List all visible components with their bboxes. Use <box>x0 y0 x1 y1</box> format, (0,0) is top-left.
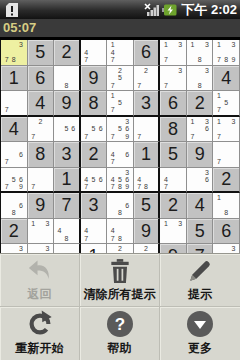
pencil-mark-7: 7 <box>215 133 222 141</box>
given-digit: 1 <box>134 142 159 167</box>
cell-r2c6[interactable]: 27 <box>134 66 161 92</box>
pencil-marks: 157 <box>107 91 133 115</box>
trash-icon <box>107 258 133 284</box>
pencil-mark-4: 4 <box>109 227 116 235</box>
pencil-mark-9: 9 <box>17 183 24 190</box>
cell-r3c6[interactable]: 3 <box>134 91 161 117</box>
pencil-mark-3: 3 <box>230 41 237 49</box>
pencil-mark-4: 4 <box>109 49 116 57</box>
pencil-marks: 157 <box>213 91 239 115</box>
given-digit: 3 <box>81 193 107 218</box>
pencil-marks: 137 <box>160 40 186 65</box>
cell-r4c4[interactable]: 567 <box>81 117 108 143</box>
cell-r1c7[interactable]: 137 <box>160 40 187 66</box>
cell-r4c6[interactable]: 7 <box>134 117 161 143</box>
pencil-marks: 13789 <box>213 40 239 65</box>
given-digit: 4 <box>213 66 239 91</box>
pencil-marks: 478 <box>107 219 133 244</box>
pencil-mark-5: 5 <box>116 176 123 183</box>
pencil-mark-6: 6 <box>124 176 131 183</box>
cell-r3c7[interactable]: 6 <box>160 91 187 117</box>
hint-button[interactable]: 提示 <box>160 254 240 307</box>
sudoku-board: 3785247147613713813789168925727373847498… <box>0 38 240 255</box>
cell-r5c9[interactable]: 7 <box>213 142 240 168</box>
pencil-mark-9: 9 <box>230 56 237 64</box>
sd-card-warning-icon <box>6 3 18 17</box>
given-digit: 4 <box>187 193 213 218</box>
pencil-mark-4: 4 <box>136 176 143 183</box>
more-button[interactable]: 更多 <box>160 307 240 360</box>
pencil-mark-1: 1 <box>215 92 222 99</box>
pencil-mark-1: 1 <box>30 220 37 228</box>
pencil-mark-1: 1 <box>189 118 196 126</box>
pencil-marks: 27 <box>134 66 159 91</box>
pencil-marks: 137 <box>213 117 239 142</box>
cell-r3c8[interactable]: 2 <box>187 91 214 117</box>
cell-r3c9[interactable]: 157 <box>213 91 240 117</box>
pencil-marks: 27 <box>28 117 54 142</box>
cell-r6c2[interactable]: 7 <box>28 168 55 194</box>
pencil-marks: 56 <box>54 117 79 142</box>
pencil-mark-3: 3 <box>203 169 210 176</box>
pencil-marks: 47 <box>81 40 107 65</box>
pencil-mark-8: 8 <box>196 56 203 64</box>
cell-r1c4[interactable]: 47 <box>81 40 108 66</box>
pencil-mark-5: 5 <box>10 176 17 183</box>
pencil-mark-3: 3 <box>44 245 51 253</box>
given-digit: 2 <box>81 142 107 167</box>
cell-r3c4[interactable]: 8 <box>81 91 108 117</box>
pencil-marks: 13 <box>28 219 54 244</box>
cell-r6c7[interactable]: 47 <box>160 168 187 194</box>
signal-no-service-icon <box>144 3 159 16</box>
pencil-mark-3: 3 <box>203 67 210 75</box>
cell-r6c6[interactable]: 478 <box>134 168 161 194</box>
cell-r1c6[interactable]: 6 <box>134 40 161 66</box>
battery-charging-icon <box>162 4 177 16</box>
cell-r5c1[interactable]: 67 <box>1 142 28 168</box>
pencil-mark-6: 6 <box>97 125 104 133</box>
cell-r6c3[interactable]: 1 <box>54 168 81 194</box>
pencil-marks: 48 <box>54 219 79 244</box>
given-digit: 2 <box>160 193 186 218</box>
given-digit: 6 <box>213 219 239 244</box>
pencil-marks: 13 <box>160 219 186 244</box>
pencil-mark-3: 3 <box>17 245 24 253</box>
cell-r1c8[interactable]: 138 <box>187 40 214 66</box>
game-timer: 05:07 <box>0 19 240 38</box>
cell-r4c3[interactable]: 56 <box>54 117 81 143</box>
cell-r8c9[interactable]: 6 <box>213 219 240 245</box>
given-digit: 5 <box>28 40 54 65</box>
pencil-mark-4: 4 <box>83 176 90 183</box>
pencil-marks: 5679 <box>1 168 27 192</box>
pencil-mark-3: 3 <box>177 41 184 49</box>
pencil-mark-7: 7 <box>3 183 10 190</box>
given-digit: 7 <box>54 193 79 218</box>
pencil-mark-4: 4 <box>109 151 116 159</box>
given-digit: 4 <box>1 117 27 142</box>
cell-r5c4[interactable]: 2 <box>81 142 108 168</box>
sudoku-grid: 3785247147613713813789168925727373847498… <box>0 40 240 255</box>
svg-text:?: ? <box>114 315 124 334</box>
given-digit: 9 <box>28 193 54 218</box>
pencil-mark-1: 1 <box>189 41 196 49</box>
cell-r7c7[interactable]: 2 <box>160 193 187 219</box>
pencil-mark-8: 8 <box>63 82 70 90</box>
given-digit: 2 <box>1 219 27 244</box>
pencil-mark-3: 3 <box>177 220 184 228</box>
pencil-mark-8: 8 <box>116 235 123 243</box>
cell-r5c2[interactable]: 8 <box>28 142 55 168</box>
pencil-mark-8: 8 <box>10 209 17 217</box>
pencil-mark-7: 7 <box>109 158 116 166</box>
cell-r7c1[interactable]: 68 <box>1 193 28 219</box>
cell-r2c2[interactable]: 6 <box>28 66 55 92</box>
cell-r6c4[interactable]: 4567 <box>81 168 108 194</box>
pencil-mark-6: 6 <box>124 151 131 159</box>
pencil-mark-8: 8 <box>143 183 150 190</box>
pencil-marks: 37 <box>160 66 186 91</box>
pencil-mark-5: 5 <box>90 176 97 183</box>
back-button-label: 返回 <box>28 286 52 303</box>
given-digit: 6 <box>160 91 186 115</box>
pencil-marks: 257 <box>107 66 133 91</box>
pencil-mark-5: 5 <box>63 125 70 133</box>
cell-r1c2[interactable]: 5 <box>28 40 55 66</box>
pencil-mark-7: 7 <box>83 133 90 141</box>
cell-r8c6[interactable]: 9 <box>134 219 161 245</box>
pencil-mark-7: 7 <box>3 106 10 113</box>
status-bar-clock: 下午 2:02 <box>181 1 237 19</box>
given-digit: 8 <box>160 117 186 142</box>
pencil-mark-7: 7 <box>136 183 143 190</box>
pencil-mark-3: 3 <box>230 245 237 253</box>
pencil-mark-9: 9 <box>124 133 131 141</box>
pencil-marks: 67 <box>1 142 27 167</box>
cell-r5c6[interactable]: 1 <box>134 142 161 168</box>
cell-r3c3[interactable]: 9 <box>54 91 81 117</box>
menu-toolbar: 返回 清除所有提示 提示 重新开始 <box>0 253 240 360</box>
given-digit: 9 <box>81 66 107 91</box>
pencil-mark-6: 6 <box>124 202 131 210</box>
given-digit: 6 <box>28 66 54 91</box>
cell-r1c3[interactable]: 2 <box>54 40 81 66</box>
cell-r7c4[interactable]: 3 <box>81 193 108 219</box>
pencil-marks: 3456789 <box>107 168 133 192</box>
pencil-mark-1: 1 <box>215 118 222 126</box>
pencil-mark-7: 7 <box>30 133 37 141</box>
cell-r8c4[interactable]: 47 <box>81 219 108 245</box>
pencil-mark-3: 3 <box>230 118 237 126</box>
cell-r8c1[interactable]: 2 <box>1 219 28 245</box>
given-digit: 8 <box>81 91 107 115</box>
pencil-marks: 47 <box>160 168 186 192</box>
pencil-mark-8: 8 <box>223 209 230 217</box>
pencil-mark-1: 1 <box>162 220 169 228</box>
cell-r6c5[interactable]: 3456789 <box>107 168 134 194</box>
pencil-mark-8: 8 <box>116 209 123 217</box>
pencil-mark-3: 3 <box>17 41 24 49</box>
pencil-mark-7: 7 <box>189 133 196 141</box>
pencil-mark-7: 7 <box>136 82 143 90</box>
cell-r4c7[interactable]: 8 <box>160 117 187 143</box>
pencil-mark-8: 8 <box>10 56 17 64</box>
pencil-mark-7: 7 <box>162 82 169 90</box>
pencil-mark-6: 6 <box>17 151 24 159</box>
pencil-mark-3: 3 <box>177 67 184 75</box>
pencil-mark-6: 6 <box>70 125 77 133</box>
cell-r7c8[interactable]: 4 <box>187 193 214 219</box>
pencil-mark-6: 6 <box>17 202 24 210</box>
pencil-mark-1: 1 <box>109 92 116 99</box>
cell-r3c1[interactable]: 7 <box>1 91 28 117</box>
pencil-mark-3: 3 <box>44 220 51 228</box>
help-button-label: 帮助 <box>108 340 132 357</box>
cell-r3c5[interactable]: 157 <box>107 91 134 117</box>
pencil-marks: 7 <box>134 117 159 142</box>
cell-r2c8[interactable]: 38 <box>187 66 214 92</box>
given-digit: 2 <box>187 91 213 115</box>
given-digit: 9 <box>54 91 79 115</box>
pencil-marks: 38 <box>187 66 213 91</box>
pencil-mark-6: 6 <box>203 176 210 183</box>
restart-button[interactable]: 重新开始 <box>0 307 80 360</box>
given-digit: 2 <box>54 40 79 65</box>
given-digit: 4 <box>28 91 54 115</box>
pencil-marks: 4567 <box>81 168 107 192</box>
pencil-marks: 478 <box>134 168 159 192</box>
given-digit: 3 <box>134 91 159 115</box>
pencil-mark-2: 2 <box>37 118 44 126</box>
pencil-marks: 1367 <box>187 117 213 142</box>
pencil-mark-1: 1 <box>215 194 222 202</box>
cell-r8c5[interactable]: 478 <box>107 219 134 245</box>
pencil-mark-4: 4 <box>162 176 169 183</box>
pencil-mark-7: 7 <box>3 158 10 166</box>
pencil-icon <box>187 258 213 284</box>
pencil-mark-7: 7 <box>83 235 90 243</box>
pencil-mark-2: 2 <box>116 245 123 253</box>
pencil-mark-8: 8 <box>223 56 230 64</box>
help-button[interactable]: ? 帮助 <box>80 307 160 360</box>
cell-r6c9[interactable]: 2 <box>213 168 240 194</box>
pencil-mark-7: 7 <box>109 106 116 113</box>
cell-r2c7[interactable]: 37 <box>160 66 187 92</box>
pencil-marks: 68 <box>1 193 27 218</box>
cell-r2c3[interactable]: 8 <box>54 66 81 92</box>
given-digit: 9 <box>134 219 159 244</box>
pencil-mark-5: 5 <box>116 99 123 106</box>
pencil-mark-7: 7 <box>109 183 116 190</box>
cell-r6c8[interactable]: 36 <box>187 168 214 194</box>
pencil-marks: 35679 <box>107 117 133 142</box>
cell-r7c3[interactable]: 7 <box>54 193 81 219</box>
cell-r4c9[interactable]: 137 <box>213 117 240 143</box>
cell-r7c5[interactable]: 68 <box>107 193 134 219</box>
pencil-mark-4: 4 <box>109 176 116 183</box>
pencil-mark-7: 7 <box>215 106 222 113</box>
pencil-mark-8: 8 <box>116 183 123 190</box>
pencil-mark-5: 5 <box>90 125 97 133</box>
cell-r3c2[interactable]: 4 <box>28 91 55 117</box>
given-digit: 2 <box>213 168 239 192</box>
pencil-mark-3: 3 <box>203 118 210 126</box>
pencil-marks: 36 <box>187 168 213 192</box>
pencil-marks: 378 <box>1 40 27 65</box>
pencil-mark-7: 7 <box>162 183 169 190</box>
pencil-mark-2: 2 <box>143 67 150 75</box>
pencil-mark-7: 7 <box>136 133 143 141</box>
pencil-mark-6: 6 <box>97 176 104 183</box>
cell-r2c5[interactable]: 257 <box>107 66 134 92</box>
restart-button-label: 重新开始 <box>16 340 64 357</box>
sudoku-app-screen: 下午 2:02 05:07 37852471476137138137891689… <box>0 0 240 360</box>
pencil-mark-7: 7 <box>109 235 116 243</box>
pencil-marks: 467 <box>107 142 133 167</box>
pencil-mark-2: 2 <box>116 67 123 75</box>
pencil-mark-7: 7 <box>30 183 37 190</box>
cell-r8c3[interactable]: 48 <box>54 219 81 245</box>
pencil-mark-4: 4 <box>83 49 90 57</box>
pencil-mark-5: 5 <box>116 125 123 133</box>
pencil-mark-7: 7 <box>109 56 116 64</box>
pencil-mark-5: 5 <box>116 74 123 82</box>
cell-r7c2[interactable]: 9 <box>28 193 55 219</box>
cell-r7c6[interactable]: 5 <box>134 193 161 219</box>
cell-r4c5[interactable]: 35679 <box>107 117 134 143</box>
cell-r5c5[interactable]: 467 <box>107 142 134 168</box>
clear-notes-button[interactable]: 清除所有提示 <box>80 254 160 307</box>
pencil-marks: 7 <box>1 91 27 115</box>
pencil-mark-6: 6 <box>17 176 24 183</box>
pencil-mark-4: 4 <box>83 227 90 235</box>
given-digit: 3 <box>54 142 79 167</box>
cell-r5c7[interactable]: 5 <box>160 142 187 168</box>
pencil-mark-3: 3 <box>124 118 131 126</box>
pencil-mark-7: 7 <box>215 158 222 166</box>
undo-icon <box>25 258 55 284</box>
pencil-mark-1: 1 <box>109 41 116 49</box>
cell-r1c1[interactable]: 378 <box>1 40 28 66</box>
given-digit: 5 <box>187 219 213 244</box>
pencil-marks: 567 <box>81 117 107 142</box>
cell-r5c8[interactable]: 9 <box>187 142 214 168</box>
given-digit: 1 <box>54 168 79 192</box>
status-bar: 下午 2:02 <box>0 0 240 19</box>
pencil-mark-7: 7 <box>83 183 90 190</box>
pencil-marks: 147 <box>107 40 133 65</box>
given-digit: 8 <box>28 142 54 167</box>
given-digit: 9 <box>187 142 213 167</box>
pencil-mark-1: 1 <box>215 41 222 49</box>
pencil-mark-9: 9 <box>124 183 131 190</box>
given-digit: 6 <box>134 40 159 65</box>
pencil-mark-1: 1 <box>162 41 169 49</box>
cell-r4c1[interactable]: 4 <box>1 117 28 143</box>
cell-r8c7[interactable]: 13 <box>160 219 187 245</box>
clear-notes-button-label: 清除所有提示 <box>84 286 156 303</box>
cell-r1c5[interactable]: 147 <box>107 40 134 66</box>
hint-button-label: 提示 <box>188 286 212 303</box>
pencil-marks: 18 <box>213 193 239 218</box>
pencil-mark-4: 4 <box>56 227 63 235</box>
cell-r8c2[interactable]: 13 <box>28 219 55 245</box>
cell-r4c2[interactable]: 27 <box>28 117 55 143</box>
pencil-mark-7: 7 <box>3 56 10 64</box>
pencil-mark-6: 6 <box>124 125 131 133</box>
given-digit: 5 <box>160 142 186 167</box>
pencil-marks: 68 <box>107 193 133 218</box>
pencil-mark-7: 7 <box>162 56 169 64</box>
pencil-mark-8: 8 <box>196 82 203 90</box>
pencil-mark-5: 5 <box>223 99 230 106</box>
more-button-label: 更多 <box>188 340 212 357</box>
pencil-marks: 7 <box>28 168 54 192</box>
pencil-mark-3: 3 <box>124 169 131 176</box>
pencil-mark-7: 7 <box>215 56 222 64</box>
help-icon: ? <box>106 310 134 338</box>
pencil-mark-3: 3 <box>203 41 210 49</box>
pencil-mark-7: 7 <box>109 82 116 90</box>
pencil-marks: 138 <box>187 40 213 65</box>
cell-r5c3[interactable]: 3 <box>54 142 81 168</box>
cell-r4c8[interactable]: 1367 <box>187 117 214 143</box>
cell-r2c1[interactable]: 1 <box>1 66 28 92</box>
more-icon <box>186 310 214 338</box>
pencil-marks: 7 <box>213 142 239 167</box>
restart-icon <box>26 310 54 338</box>
cell-r2c9[interactable]: 4 <box>213 66 240 92</box>
given-digit: 1 <box>1 66 27 91</box>
pencil-mark-6: 6 <box>203 125 210 133</box>
pencil-mark-2: 2 <box>143 245 150 253</box>
pencil-marks: 8 <box>54 66 79 91</box>
given-digit: 5 <box>134 193 159 218</box>
cell-r7c9[interactable]: 18 <box>213 193 240 219</box>
pencil-mark-7: 7 <box>83 56 90 64</box>
cell-r8c8[interactable]: 5 <box>187 219 214 245</box>
cell-r6c1[interactable]: 5679 <box>1 168 28 194</box>
back-button[interactable]: 返回 <box>0 254 80 307</box>
cell-r2c4[interactable]: 9 <box>81 66 108 92</box>
pencil-marks: 47 <box>81 219 107 244</box>
pencil-mark-8: 8 <box>63 235 70 243</box>
pencil-mark-7: 7 <box>109 133 116 141</box>
cell-r1c9[interactable]: 13789 <box>213 40 240 66</box>
